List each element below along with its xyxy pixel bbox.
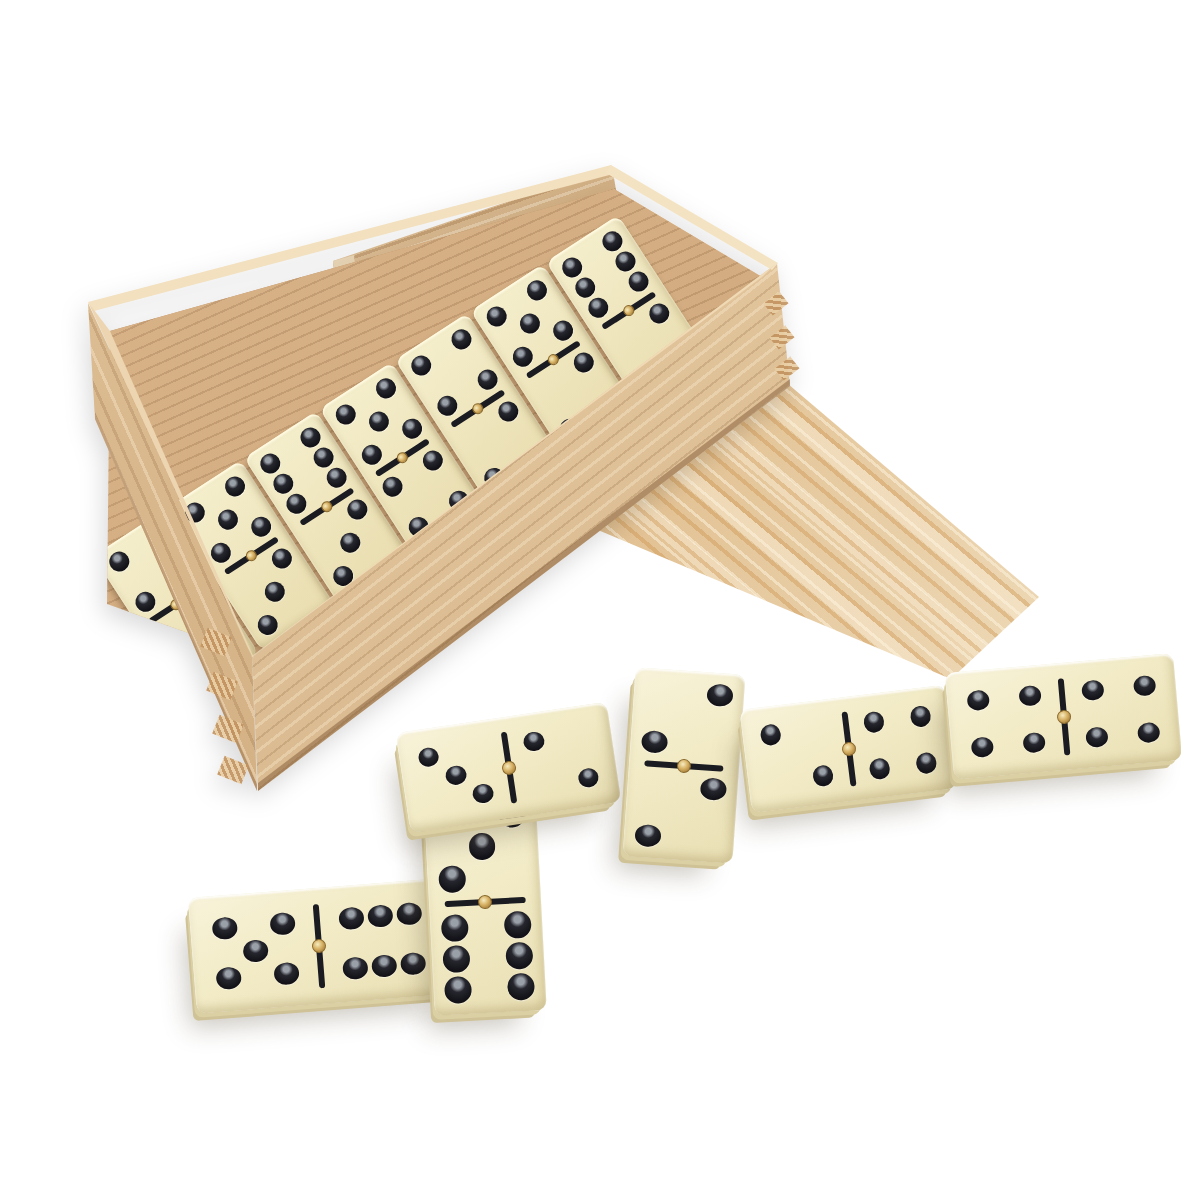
- pip: [503, 911, 531, 939]
- brass-spinner: [311, 938, 326, 953]
- pip: [699, 777, 727, 801]
- pip: [868, 758, 890, 781]
- pip: [498, 800, 526, 828]
- pip: [915, 752, 937, 775]
- pip: [367, 904, 393, 927]
- pip: [468, 833, 496, 861]
- pip: [438, 865, 466, 893]
- divider-line: [1057, 678, 1070, 755]
- pip: [522, 730, 545, 752]
- pip: [577, 767, 600, 789]
- domino-2-4: [739, 685, 957, 813]
- domino-3-6: [423, 788, 546, 1016]
- pip: [212, 916, 238, 939]
- domino-half-3: [423, 788, 541, 905]
- divider-line: [445, 897, 526, 907]
- pip: [862, 711, 884, 734]
- pip: [706, 683, 734, 707]
- divider-line: [500, 731, 517, 804]
- pip: [471, 783, 494, 805]
- domino-half-4: [1059, 653, 1181, 770]
- pip: [760, 723, 782, 746]
- divider-line: [841, 711, 856, 786]
- domino-half-6: [429, 899, 547, 1016]
- pip: [417, 746, 440, 768]
- pip: [342, 957, 368, 980]
- pip: [812, 765, 834, 788]
- pip: [971, 736, 995, 758]
- domino-half-5: [188, 888, 324, 1014]
- pip: [967, 689, 991, 711]
- pip: [371, 954, 397, 977]
- pip: [1018, 685, 1042, 707]
- pip: [634, 824, 662, 848]
- pip: [442, 945, 470, 973]
- pip: [909, 705, 931, 728]
- pip: [441, 914, 469, 942]
- domino-3-2: [396, 702, 622, 833]
- pip: [505, 942, 533, 970]
- pip: [444, 976, 472, 1004]
- pip: [400, 952, 426, 975]
- domino-half-3: [396, 718, 516, 834]
- divider-line: [313, 904, 326, 988]
- brass-spinner: [841, 741, 857, 757]
- pip: [273, 962, 299, 985]
- pip: [216, 967, 242, 990]
- pip: [338, 906, 364, 929]
- brass-spinner: [677, 758, 692, 773]
- brass-spinner: [478, 895, 493, 910]
- domino-4-4: [945, 653, 1181, 780]
- domino-half-2: [629, 667, 745, 769]
- dominoes-product-photo: [0, 0, 1181, 1181]
- pip: [1022, 732, 1046, 754]
- domino-half-2: [501, 702, 621, 818]
- pip: [1081, 679, 1105, 701]
- pip: [1136, 722, 1160, 744]
- pip: [444, 764, 467, 786]
- domino-half-2: [739, 697, 854, 813]
- domino-half-6: [314, 878, 450, 1004]
- pip: [507, 973, 535, 1001]
- domino-5-6: [188, 878, 450, 1014]
- pip: [1132, 675, 1156, 697]
- domino-half-2: [623, 762, 739, 864]
- pip: [641, 730, 669, 754]
- domino-2-2: [623, 667, 746, 863]
- domino-half-4: [842, 685, 957, 801]
- pip: [396, 902, 422, 925]
- domino-half-4: [945, 663, 1068, 780]
- pip: [269, 912, 295, 935]
- brass-spinner: [1056, 709, 1071, 724]
- pip: [1085, 726, 1109, 748]
- pip: [242, 939, 268, 962]
- divider-line: [644, 760, 723, 772]
- brass-spinner: [501, 760, 517, 776]
